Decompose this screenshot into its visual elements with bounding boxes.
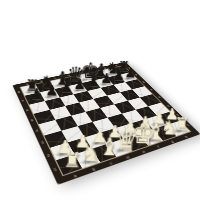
coord-label-a: a — [72, 173, 77, 179]
coord-label-5: 5 — [30, 118, 34, 122]
square-h4 — [140, 94, 161, 106]
piece-black-pawn: ♟ — [58, 82, 74, 95]
mat-border: abcdefgh abcdefgh 87654321 87654321 ♜♞♝♛… — [12, 62, 200, 185]
piece-black-pawn: ♟ — [44, 85, 60, 99]
piece-black-pawn: ♟ — [28, 88, 44, 102]
piece-black-pawn: ♟ — [86, 76, 101, 89]
coord-label-h: h — [183, 134, 189, 138]
piece-black-pawn: ♟ — [99, 73, 114, 86]
coord-label-d: d — [125, 154, 131, 159]
coord-label-3: 3 — [40, 140, 45, 145]
perspective-wrapper: abcdefgh abcdefgh 87654321 87654321 ♜♞♝♛… — [0, 0, 200, 200]
piece-white-knight: ♞ — [80, 144, 100, 164]
product-photo-chess-set[interactable]: abcdefgh abcdefgh 87654321 87654321 ♜♞♝♛… — [0, 0, 200, 200]
coord-label-8: 8 — [17, 91, 21, 94]
coord-label-4: 4 — [157, 96, 162, 99]
piece-black-pawn: ♟ — [112, 70, 126, 83]
coord-label-f: f — [156, 144, 161, 148]
coord-label-4: 4 — [35, 129, 39, 133]
coord-label-c: c — [108, 160, 113, 165]
piece-white-rook: ♜ — [62, 152, 83, 171]
coord-label-g: g — [169, 139, 175, 143]
coord-label-b: b — [91, 166, 97, 172]
mat-trim-line: ♜♞♝♛♚♝♞♜♟♟♟♟♟♟♟♟♟♟♟♟♟♟♟♟♜♞♝♛♚♝♞♜ — [20, 65, 192, 176]
coord-label-2: 2 — [46, 153, 51, 158]
piece-black-pawn: ♟ — [72, 79, 87, 92]
coord-label-6: 6 — [25, 108, 29, 112]
coord-label-e: e — [141, 149, 147, 154]
coord-label-7: 7 — [21, 99, 25, 102]
coord-label-1: 1 — [52, 166, 57, 172]
photo-rotation-wrapper: abcdefgh abcdefgh 87654321 87654321 ♜♞♝♛… — [0, 0, 200, 200]
chess-mat: abcdefgh abcdefgh 87654321 87654321 ♜♞♝♛… — [12, 62, 200, 185]
